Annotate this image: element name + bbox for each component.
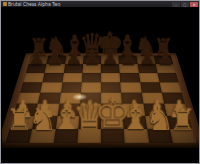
board-square-b6[interactable]: [43, 73, 64, 83]
board-square-b5[interactable]: [40, 82, 62, 92]
board-square-g5[interactable]: [140, 82, 162, 92]
chess-board[interactable]: ♜♞♝♛♚♝♞♜♟♟♟♟♟♟♟♟♟♟♟♟♟♟♟♟♜♞♝♛♚♝♞♜: [2, 53, 200, 148]
window-controls: – ▢ ✕: [172, 2, 198, 7]
board-square-e6[interactable]: [101, 73, 120, 83]
window-frame: Brutal Chess Alpha Two – ▢ ✕ ♜♞♝♛♚♝♞♜♟♟♟…: [0, 0, 200, 164]
chess-piece-black-pawn[interactable]: ♟: [28, 48, 46, 68]
board-square-g6[interactable]: [139, 73, 160, 83]
chess-piece-black-pawn[interactable]: ♟: [83, 48, 101, 68]
board-square-h5[interactable]: [159, 82, 181, 92]
board-square-a5[interactable]: [20, 82, 42, 92]
window-title: Brutal Chess Alpha Two: [8, 2, 90, 7]
chess-piece-black-pawn[interactable]: ♟: [65, 48, 83, 68]
chess-piece-black-pawn[interactable]: ♟: [120, 48, 138, 68]
chess-piece-white-rook[interactable]: ♜: [169, 105, 196, 135]
board-square-h6[interactable]: [157, 73, 179, 83]
maximize-button[interactable]: ▢: [181, 2, 189, 7]
board-square-c6[interactable]: [62, 73, 82, 83]
close-button[interactable]: ✕: [190, 2, 198, 7]
board-square-c5[interactable]: [61, 82, 82, 92]
chess-piece-black-pawn[interactable]: ♟: [101, 48, 119, 68]
title-bar[interactable]: Brutal Chess Alpha Two – ▢ ✕: [1, 1, 199, 7]
board-square-a6[interactable]: [23, 73, 45, 83]
board-square-f6[interactable]: [120, 73, 140, 83]
app-icon: [3, 2, 7, 6]
chess-piece-black-pawn[interactable]: ♟: [46, 48, 64, 68]
minimize-button[interactable]: –: [172, 2, 180, 7]
chess-piece-black-pawn[interactable]: ♟: [138, 48, 156, 68]
game-scene: ♜♞♝♛♚♝♞♜♟♟♟♟♟♟♟♟♟♟♟♟♟♟♟♟♜♞♝♛♚♝♞♜: [2, 8, 200, 164]
chess-piece-black-pawn[interactable]: ♟: [156, 48, 174, 68]
board-square-d6[interactable]: [82, 73, 101, 83]
